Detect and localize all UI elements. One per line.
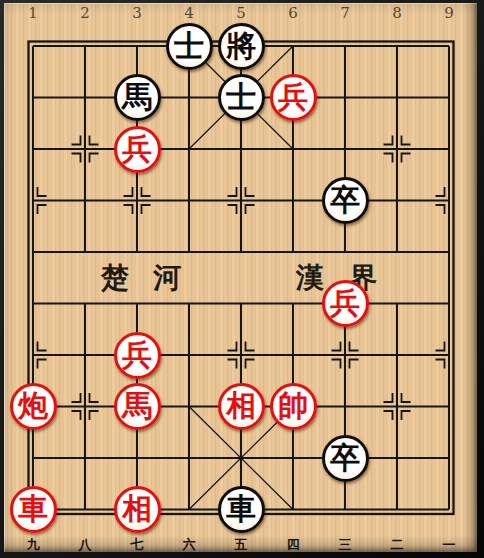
intersection-3-4 <box>111 226 163 278</box>
piece-character: 士 <box>226 82 256 112</box>
red-general[interactable]: 帥 <box>270 383 317 430</box>
black-advisor[interactable]: 士 <box>166 23 213 70</box>
black-advisor[interactable]: 士 <box>218 74 265 121</box>
intersection-2-8 <box>59 432 111 484</box>
intersection-8-9 <box>371 484 423 536</box>
intersection-5-4 <box>215 226 267 278</box>
file-label-top: 7 <box>340 6 350 21</box>
intersection-8-8 <box>371 432 423 484</box>
intersection-7-5: 兵 <box>319 278 371 330</box>
red-elephant[interactable]: 相 <box>114 486 161 533</box>
intersection-6-5 <box>267 278 319 330</box>
intersection-7-4 <box>319 226 371 278</box>
piece-character: 帥 <box>278 391 308 421</box>
intersection-8-3 <box>371 175 423 227</box>
intersection-7-3: 卒 <box>319 175 371 227</box>
intersection-7-0 <box>319 20 371 72</box>
intersection-4-6 <box>163 329 215 381</box>
file-label-top: 8 <box>392 6 402 21</box>
intersection-4-1 <box>163 72 215 124</box>
intersection-4-2 <box>163 123 215 175</box>
intersection-2-0 <box>59 20 111 72</box>
red-soldier[interactable]: 兵 <box>114 332 161 379</box>
file-label-bottom: 一 <box>443 538 456 551</box>
intersection-3-6: 兵 <box>111 329 163 381</box>
piece-character: 卒 <box>330 443 360 473</box>
intersection-4-8 <box>163 432 215 484</box>
intersection-6-8 <box>267 432 319 484</box>
piece-character: 兵 <box>278 82 308 112</box>
intersection-2-2 <box>59 123 111 175</box>
intersection-3-5 <box>111 278 163 330</box>
intersection-5-8 <box>215 432 267 484</box>
intersection-9-5 <box>423 278 475 330</box>
piece-character: 馬 <box>122 391 152 421</box>
intersection-7-7 <box>319 381 371 433</box>
intersection-4-0: 士 <box>163 20 215 72</box>
intersection-4-5 <box>163 278 215 330</box>
intersection-2-4 <box>59 226 111 278</box>
file-label-bottom: 四 <box>287 538 300 551</box>
intersection-4-4 <box>163 226 215 278</box>
intersection-5-7: 相 <box>215 381 267 433</box>
intersection-9-7 <box>423 381 475 433</box>
intersection-9-8 <box>423 432 475 484</box>
piece-character: 士 <box>174 31 204 61</box>
intersection-5-2 <box>215 123 267 175</box>
piece-character: 兵 <box>122 340 152 370</box>
black-chariot[interactable]: 車 <box>218 486 265 533</box>
intersection-7-2 <box>319 123 371 175</box>
intersection-9-1 <box>423 72 475 124</box>
intersection-2-6 <box>59 329 111 381</box>
intersection-2-5 <box>59 278 111 330</box>
file-label-top: 4 <box>184 6 194 21</box>
intersection-8-2 <box>371 123 423 175</box>
intersection-7-8: 卒 <box>319 432 371 484</box>
intersection-1-8 <box>7 432 59 484</box>
intersection-3-3 <box>111 175 163 227</box>
black-horse[interactable]: 馬 <box>114 74 161 121</box>
file-label-bottom: 八 <box>79 538 92 551</box>
intersection-6-9 <box>267 484 319 536</box>
intersection-5-0: 將 <box>215 20 267 72</box>
piece-character: 車 <box>18 494 48 524</box>
intersection-6-2 <box>267 123 319 175</box>
intersection-2-9 <box>59 484 111 536</box>
intersection-3-1: 馬 <box>111 72 163 124</box>
intersection-1-9: 車 <box>7 484 59 536</box>
black-general[interactable]: 將 <box>218 23 265 70</box>
intersection-2-3 <box>59 175 111 227</box>
piece-character: 炮 <box>18 391 48 421</box>
piece-character: 相 <box>122 494 152 524</box>
intersection-3-8 <box>111 432 163 484</box>
intersection-6-1: 兵 <box>267 72 319 124</box>
intersection-5-3 <box>215 175 267 227</box>
file-label-top: 2 <box>80 6 90 21</box>
intersection-3-2: 兵 <box>111 123 163 175</box>
intersection-9-2 <box>423 123 475 175</box>
intersection-1-1 <box>7 72 59 124</box>
piece-character: 卒 <box>330 185 360 215</box>
file-label-bottom: 七 <box>131 538 144 551</box>
piece-character: 馬 <box>122 82 152 112</box>
file-label-top: 3 <box>132 6 142 21</box>
intersection-9-6 <box>423 329 475 381</box>
intersection-4-3 <box>163 175 215 227</box>
file-label-top: 5 <box>236 6 246 21</box>
xiangqi-board-window: 123456789 楚河漢界 士將馬士兵兵卒兵兵炮馬相帥卒車相車 九八七六五四三… <box>0 0 484 558</box>
file-label-bottom: 三 <box>339 538 352 551</box>
intersection-3-7: 馬 <box>111 381 163 433</box>
intersection-6-0 <box>267 20 319 72</box>
intersection-6-4 <box>267 226 319 278</box>
piece-character: 兵 <box>330 288 360 318</box>
intersection-2-7 <box>59 381 111 433</box>
intersection-5-9: 車 <box>215 484 267 536</box>
intersection-8-4 <box>371 226 423 278</box>
intersection-1-3 <box>7 175 59 227</box>
black-soldier[interactable]: 卒 <box>322 177 369 224</box>
intersection-9-9 <box>423 484 475 536</box>
intersection-9-3 <box>423 175 475 227</box>
red-horse[interactable]: 馬 <box>114 383 161 430</box>
intersection-8-6 <box>371 329 423 381</box>
piece-character: 車 <box>226 494 256 524</box>
file-label-bottom: 九 <box>27 538 40 551</box>
intersection-7-9 <box>319 484 371 536</box>
intersection-4-7 <box>163 381 215 433</box>
red-elephant[interactable]: 相 <box>218 383 265 430</box>
file-label-top: 1 <box>28 6 38 21</box>
intersection-1-0 <box>7 20 59 72</box>
file-label-top: 6 <box>288 6 298 21</box>
file-label-bottom: 五 <box>235 538 248 551</box>
intersection-7-1 <box>319 72 371 124</box>
intersection-3-9: 相 <box>111 484 163 536</box>
red-chariot[interactable]: 車 <box>10 486 57 533</box>
file-label-top: 9 <box>444 6 454 21</box>
intersection-7-6 <box>319 329 371 381</box>
file-label-bottom: 二 <box>391 538 404 551</box>
intersection-6-3 <box>267 175 319 227</box>
intersection-4-9 <box>163 484 215 536</box>
intersection-8-1 <box>371 72 423 124</box>
intersection-1-7: 炮 <box>7 381 59 433</box>
piece-character: 將 <box>226 31 256 61</box>
file-label-bottom: 六 <box>183 538 196 551</box>
red-soldier[interactable]: 兵 <box>114 126 161 173</box>
intersection-5-6 <box>215 329 267 381</box>
piece-character: 相 <box>226 391 256 421</box>
black-soldier[interactable]: 卒 <box>322 435 369 482</box>
intersection-8-5 <box>371 278 423 330</box>
intersection-6-7: 帥 <box>267 381 319 433</box>
intersection-1-2 <box>7 123 59 175</box>
intersection-1-6 <box>7 329 59 381</box>
red-soldier[interactable]: 兵 <box>270 74 317 121</box>
red-cannon[interactable]: 炮 <box>10 383 57 430</box>
intersection-2-1 <box>59 72 111 124</box>
intersection-6-6 <box>267 329 319 381</box>
intersection-8-7 <box>371 381 423 433</box>
intersection-1-5 <box>7 278 59 330</box>
intersection-9-4 <box>423 226 475 278</box>
intersection-5-5 <box>215 278 267 330</box>
red-soldier[interactable]: 兵 <box>322 280 369 327</box>
intersection-5-1: 士 <box>215 72 267 124</box>
intersection-1-4 <box>7 226 59 278</box>
piece-character: 兵 <box>122 134 152 164</box>
intersection-9-0 <box>423 20 475 72</box>
board-intersections: 士將馬士兵兵卒兵兵炮馬相帥卒車相車 <box>7 20 475 535</box>
intersection-8-0 <box>371 20 423 72</box>
intersection-3-0 <box>111 20 163 72</box>
